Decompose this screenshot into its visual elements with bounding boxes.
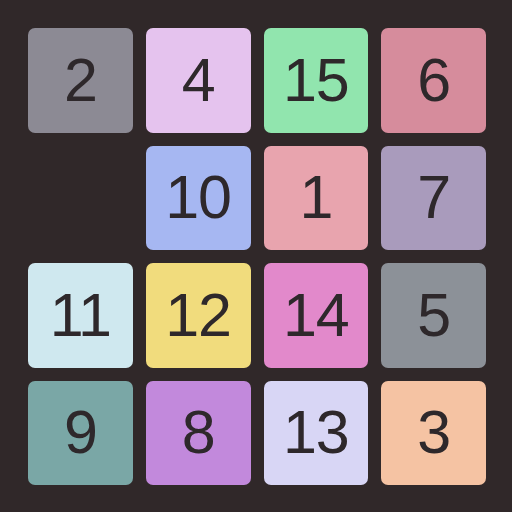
tile-15-label: 15	[283, 50, 349, 111]
tile-5[interactable]: 5	[381, 263, 486, 368]
tile-12-label: 12	[165, 285, 231, 346]
tile-13-label: 13	[283, 402, 349, 463]
tile-15[interactable]: 15	[264, 28, 369, 133]
tile-4[interactable]: 4	[146, 28, 251, 133]
tile-11-label: 11	[50, 285, 111, 346]
tile-7-label: 7	[417, 167, 450, 228]
tile-10[interactable]: 10	[146, 146, 251, 251]
tile-11[interactable]: 11	[28, 263, 133, 368]
tile-12[interactable]: 12	[146, 263, 251, 368]
tile-1-label: 1	[299, 167, 332, 228]
tile-7[interactable]: 7	[381, 146, 486, 251]
puzzle-board: 2 4 15 6 10 1 7 11 12 14 5 9 8 13 3	[0, 0, 512, 512]
tile-8[interactable]: 8	[146, 381, 251, 486]
tile-6-label: 6	[417, 50, 450, 111]
tile-14[interactable]: 14	[264, 263, 369, 368]
tile-1[interactable]: 1	[264, 146, 369, 251]
tile-2[interactable]: 2	[28, 28, 133, 133]
empty-cell	[28, 146, 133, 251]
tile-4-label: 4	[182, 50, 215, 111]
tile-3-label: 3	[417, 402, 450, 463]
tile-5-label: 5	[417, 285, 450, 346]
tile-3[interactable]: 3	[381, 381, 486, 486]
tile-2-label: 2	[64, 50, 97, 111]
tile-9-label: 9	[64, 402, 97, 463]
tile-10-label: 10	[165, 167, 231, 228]
tile-9[interactable]: 9	[28, 381, 133, 486]
tile-13[interactable]: 13	[264, 381, 369, 486]
tile-14-label: 14	[283, 285, 349, 346]
tile-8-label: 8	[182, 402, 215, 463]
tile-6[interactable]: 6	[381, 28, 486, 133]
